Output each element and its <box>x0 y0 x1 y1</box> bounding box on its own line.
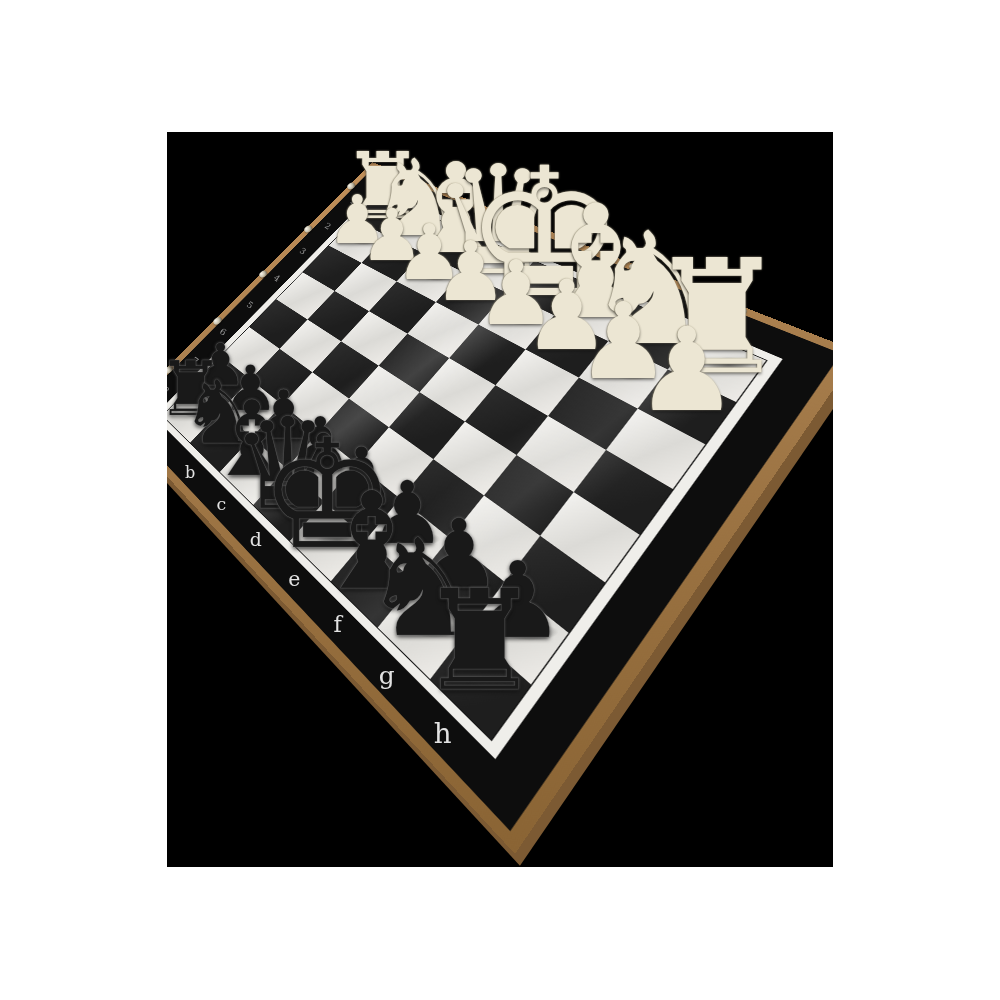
chessboard-photo: abcdefgh12345678♜♞♝♛♚♝♞♜♟♟♟♟♟♟♟♟♟♟♟♟♟♟♟♟… <box>167 132 833 867</box>
page: { "game": { "name": "chess", "variant": … <box>0 0 1000 1000</box>
squares-grid <box>167 194 767 740</box>
chessboard <box>167 162 833 854</box>
